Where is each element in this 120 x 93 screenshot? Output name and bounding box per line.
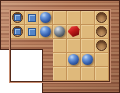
hole bbox=[96, 26, 107, 37]
board-cell[interactable] bbox=[67, 11, 81, 25]
board-cell[interactable] bbox=[95, 53, 109, 67]
board-cell[interactable] bbox=[53, 39, 67, 53]
hole bbox=[96, 12, 107, 23]
board-cell[interactable] bbox=[67, 53, 81, 67]
blue-tile-in-hole[interactable] bbox=[14, 28, 21, 35]
blue-tile-in-hole[interactable] bbox=[14, 14, 21, 21]
board-cell[interactable] bbox=[11, 11, 25, 25]
grey-marble[interactable] bbox=[54, 26, 65, 37]
board-cell[interactable] bbox=[81, 25, 95, 39]
hole bbox=[96, 40, 107, 51]
board-cell[interactable] bbox=[11, 25, 25, 39]
board-cell[interactable] bbox=[95, 67, 109, 81]
blue-tile[interactable] bbox=[28, 14, 36, 22]
board-cell[interactable] bbox=[81, 67, 95, 81]
board-cell[interactable] bbox=[67, 39, 81, 53]
board-cell[interactable] bbox=[53, 11, 67, 25]
board-cell[interactable] bbox=[81, 53, 95, 67]
board-cell[interactable] bbox=[25, 11, 39, 25]
board-grid bbox=[11, 11, 109, 81]
blue-tile[interactable] bbox=[28, 28, 36, 36]
red-gem[interactable] bbox=[68, 26, 80, 37]
board-cell[interactable] bbox=[53, 25, 67, 39]
blue-marble[interactable] bbox=[82, 54, 93, 65]
board-cell[interactable] bbox=[25, 25, 39, 39]
board-cell[interactable] bbox=[53, 53, 67, 67]
board-cell[interactable] bbox=[95, 39, 109, 53]
hole bbox=[12, 26, 23, 37]
board-cell[interactable] bbox=[95, 25, 109, 39]
board-cell[interactable] bbox=[39, 25, 53, 39]
board-cell[interactable] bbox=[67, 25, 81, 39]
blue-marble[interactable] bbox=[68, 54, 79, 65]
blue-marble[interactable] bbox=[40, 12, 51, 23]
board-cell[interactable] bbox=[39, 11, 53, 25]
blue-marble[interactable] bbox=[40, 26, 51, 37]
board-cell[interactable] bbox=[81, 11, 95, 25]
hole bbox=[12, 12, 23, 23]
board-cell[interactable] bbox=[53, 67, 67, 81]
board-cell[interactable] bbox=[67, 67, 81, 81]
board-cell[interactable] bbox=[95, 11, 109, 25]
board-cell[interactable] bbox=[81, 39, 95, 53]
